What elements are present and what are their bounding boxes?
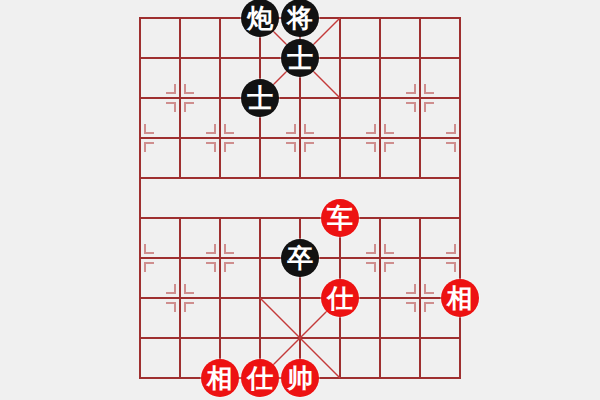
black-cannon[interactable]: 炮 — [241, 0, 279, 37]
black-advisor-2[interactable]: 士 — [241, 79, 279, 117]
black-general[interactable]: 将 — [281, 0, 319, 37]
red-chariot[interactable]: 车 — [321, 199, 359, 237]
xiangqi-app: 炮将士士卒车仕相相仕帅 — [0, 0, 600, 400]
red-advisor-1[interactable]: 仕 — [321, 279, 359, 317]
black-soldier[interactable]: 卒 — [281, 239, 319, 277]
xiangqi-pieces-layer: 炮将士士卒车仕相相仕帅 — [0, 0, 600, 400]
red-elephant-2[interactable]: 相 — [201, 359, 239, 397]
red-elephant-1[interactable]: 相 — [441, 279, 479, 317]
black-advisor-1[interactable]: 士 — [281, 39, 319, 77]
red-general[interactable]: 帅 — [281, 359, 319, 397]
red-advisor-2[interactable]: 仕 — [241, 359, 279, 397]
